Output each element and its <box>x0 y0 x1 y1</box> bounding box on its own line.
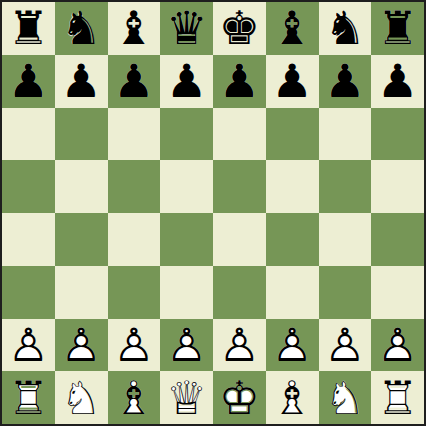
square-a7[interactable]: ♙♟ <box>2 55 55 108</box>
piece-outline-layer: ♙ <box>213 319 266 372</box>
square-h5[interactable] <box>371 160 424 213</box>
piece-outline-layer: ♘ <box>55 371 108 424</box>
square-a3[interactable] <box>2 266 55 319</box>
square-d3[interactable] <box>160 266 213 319</box>
piece-white-bishop-icon[interactable]: ♝♗ <box>108 371 161 424</box>
piece-white-queen-icon[interactable]: ♛♕ <box>160 371 213 424</box>
piece-outline-layer: ♟ <box>55 55 108 108</box>
piece-white-pawn-icon[interactable]: ♟♙ <box>213 319 266 372</box>
square-d4[interactable] <box>160 213 213 266</box>
piece-outline-layer: ♟ <box>2 55 55 108</box>
piece-black-pawn-icon[interactable]: ♙♟ <box>108 55 161 108</box>
piece-white-pawn-icon[interactable]: ♟♙ <box>160 319 213 372</box>
piece-outline-layer: ♛ <box>160 2 213 55</box>
square-b3[interactable] <box>55 266 108 319</box>
square-b1[interactable]: ♞♘ <box>55 371 108 424</box>
piece-black-knight-icon[interactable]: ♘♞ <box>55 2 108 55</box>
square-c1[interactable]: ♝♗ <box>108 371 161 424</box>
square-g3[interactable] <box>319 266 372 319</box>
square-c5[interactable] <box>108 160 161 213</box>
square-g8[interactable]: ♘♞ <box>319 2 372 55</box>
piece-outline-layer: ♙ <box>55 319 108 372</box>
piece-outline-layer: ♚ <box>213 2 266 55</box>
piece-black-bishop-icon[interactable]: ♗♝ <box>266 2 319 55</box>
square-e4[interactable] <box>213 213 266 266</box>
piece-outline-layer: ♟ <box>371 55 424 108</box>
piece-white-knight-icon[interactable]: ♞♘ <box>55 371 108 424</box>
piece-outline-layer: ♜ <box>2 2 55 55</box>
square-d2[interactable]: ♟♙ <box>160 319 213 372</box>
piece-white-pawn-icon[interactable]: ♟♙ <box>108 319 161 372</box>
piece-black-king-icon[interactable]: ♔♚ <box>213 2 266 55</box>
square-c6[interactable] <box>108 108 161 161</box>
piece-outline-layer: ♙ <box>319 319 372 372</box>
square-e2[interactable]: ♟♙ <box>213 319 266 372</box>
piece-outline-layer: ♟ <box>319 55 372 108</box>
square-h3[interactable] <box>371 266 424 319</box>
piece-white-rook-icon[interactable]: ♜♖ <box>371 371 424 424</box>
piece-black-pawn-icon[interactable]: ♙♟ <box>319 55 372 108</box>
square-b2[interactable]: ♟♙ <box>55 319 108 372</box>
piece-white-pawn-icon[interactable]: ♟♙ <box>2 319 55 372</box>
piece-outline-layer: ♟ <box>108 55 161 108</box>
piece-black-pawn-icon[interactable]: ♙♟ <box>160 55 213 108</box>
piece-outline-layer: ♟ <box>213 55 266 108</box>
piece-outline-layer: ♞ <box>55 2 108 55</box>
square-g5[interactable] <box>319 160 372 213</box>
square-a2[interactable]: ♟♙ <box>2 319 55 372</box>
piece-outline-layer: ♙ <box>2 319 55 372</box>
piece-black-queen-icon[interactable]: ♕♛ <box>160 2 213 55</box>
square-f6[interactable] <box>266 108 319 161</box>
square-a8[interactable]: ♖♜ <box>2 2 55 55</box>
square-d6[interactable] <box>160 108 213 161</box>
piece-outline-layer: ♙ <box>160 319 213 372</box>
square-f7[interactable]: ♙♟ <box>266 55 319 108</box>
square-c8[interactable]: ♗♝ <box>108 2 161 55</box>
piece-white-knight-icon[interactable]: ♞♘ <box>319 371 372 424</box>
piece-white-king-icon[interactable]: ♚♔ <box>213 371 266 424</box>
square-b5[interactable] <box>55 160 108 213</box>
square-b4[interactable] <box>55 213 108 266</box>
square-c4[interactable] <box>108 213 161 266</box>
square-a5[interactable] <box>2 160 55 213</box>
piece-outline-layer: ♝ <box>266 2 319 55</box>
square-g2[interactable]: ♟♙ <box>319 319 372 372</box>
square-f2[interactable]: ♟♙ <box>266 319 319 372</box>
square-c7[interactable]: ♙♟ <box>108 55 161 108</box>
piece-white-bishop-icon[interactable]: ♝♗ <box>266 371 319 424</box>
square-h1[interactable]: ♜♖ <box>371 371 424 424</box>
square-a4[interactable] <box>2 213 55 266</box>
piece-outline-layer: ♟ <box>160 55 213 108</box>
piece-outline-layer: ♜ <box>371 2 424 55</box>
piece-outline-layer: ♙ <box>266 319 319 372</box>
square-b6[interactable] <box>55 108 108 161</box>
piece-black-pawn-icon[interactable]: ♙♟ <box>266 55 319 108</box>
square-h6[interactable] <box>371 108 424 161</box>
square-a1[interactable]: ♜♖ <box>2 371 55 424</box>
piece-outline-layer: ♖ <box>2 371 55 424</box>
square-f8[interactable]: ♗♝ <box>266 2 319 55</box>
piece-white-pawn-icon[interactable]: ♟♙ <box>319 319 372 372</box>
chess-board-frame: ♖♜♘♞♗♝♕♛♔♚♗♝♘♞♖♜♙♟♙♟♙♟♙♟♙♟♙♟♙♟♙♟♟♙♟♙♟♙♟♙… <box>0 0 426 426</box>
chess-board: ♖♜♘♞♗♝♕♛♔♚♗♝♘♞♖♜♙♟♙♟♙♟♙♟♙♟♙♟♙♟♙♟♟♙♟♙♟♙♟♙… <box>2 2 424 424</box>
square-h4[interactable] <box>371 213 424 266</box>
square-d1[interactable]: ♛♕ <box>160 371 213 424</box>
piece-outline-layer: ♞ <box>319 2 372 55</box>
square-e6[interactable] <box>213 108 266 161</box>
piece-outline-layer: ♟ <box>266 55 319 108</box>
piece-outline-layer: ♖ <box>371 371 424 424</box>
piece-black-bishop-icon[interactable]: ♗♝ <box>108 2 161 55</box>
piece-black-pawn-icon[interactable]: ♙♟ <box>213 55 266 108</box>
square-g6[interactable] <box>319 108 372 161</box>
piece-white-rook-icon[interactable]: ♜♖ <box>2 371 55 424</box>
piece-black-pawn-icon[interactable]: ♙♟ <box>55 55 108 108</box>
square-e5[interactable] <box>213 160 266 213</box>
square-b7[interactable]: ♙♟ <box>55 55 108 108</box>
square-e8[interactable]: ♔♚ <box>213 2 266 55</box>
square-f3[interactable] <box>266 266 319 319</box>
square-e7[interactable]: ♙♟ <box>213 55 266 108</box>
square-g1[interactable]: ♞♘ <box>319 371 372 424</box>
square-c3[interactable] <box>108 266 161 319</box>
piece-outline-layer: ♘ <box>319 371 372 424</box>
square-c2[interactable]: ♟♙ <box>108 319 161 372</box>
piece-black-pawn-icon[interactable]: ♙♟ <box>2 55 55 108</box>
square-a6[interactable] <box>2 108 55 161</box>
piece-white-pawn-icon[interactable]: ♟♙ <box>55 319 108 372</box>
piece-outline-layer: ♔ <box>213 371 266 424</box>
piece-black-rook-icon[interactable]: ♖♜ <box>2 2 55 55</box>
square-e1[interactable]: ♚♔ <box>213 371 266 424</box>
square-h7[interactable]: ♙♟ <box>371 55 424 108</box>
square-h2[interactable]: ♟♙ <box>371 319 424 372</box>
square-d8[interactable]: ♕♛ <box>160 2 213 55</box>
piece-black-pawn-icon[interactable]: ♙♟ <box>371 55 424 108</box>
square-f4[interactable] <box>266 213 319 266</box>
piece-black-knight-icon[interactable]: ♘♞ <box>319 2 372 55</box>
square-e3[interactable] <box>213 266 266 319</box>
piece-outline-layer: ♙ <box>371 319 424 372</box>
piece-outline-layer: ♗ <box>108 371 161 424</box>
piece-outline-layer: ♕ <box>160 371 213 424</box>
piece-outline-layer: ♙ <box>108 319 161 372</box>
square-d5[interactable] <box>160 160 213 213</box>
square-b8[interactable]: ♘♞ <box>55 2 108 55</box>
square-h8[interactable]: ♖♜ <box>371 2 424 55</box>
square-g4[interactable] <box>319 213 372 266</box>
piece-white-pawn-icon[interactable]: ♟♙ <box>266 319 319 372</box>
square-d7[interactable]: ♙♟ <box>160 55 213 108</box>
square-g7[interactable]: ♙♟ <box>319 55 372 108</box>
piece-outline-layer: ♗ <box>266 371 319 424</box>
piece-white-pawn-icon[interactable]: ♟♙ <box>371 319 424 372</box>
square-f5[interactable] <box>266 160 319 213</box>
piece-outline-layer: ♝ <box>108 2 161 55</box>
piece-black-rook-icon[interactable]: ♖♜ <box>371 2 424 55</box>
square-f1[interactable]: ♝♗ <box>266 371 319 424</box>
